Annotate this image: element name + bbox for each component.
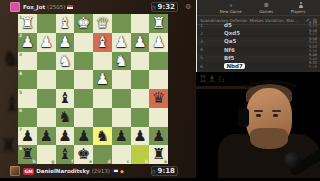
move-times: 9:539:50 [309,46,317,53]
top-clock-time: 9:32 [158,3,175,11]
piece-black-bishop[interactable]: ♝ [56,145,75,164]
piece-white-king[interactable]: ♚ [74,14,93,33]
piece-white-pawn[interactable]: ♟ [149,33,168,52]
piece-black-bishop[interactable]: ♝ [56,89,75,108]
piece-black-knight[interactable]: ♞ [93,127,112,146]
clock-icon: ◷ [151,4,155,10]
square-h6[interactable]: 6 [18,108,37,127]
square-g2[interactable]: ♟ [37,33,56,52]
top-player-flag-icon [67,5,73,9]
square-c7[interactable]: ♟ [112,127,131,146]
square-f5[interactable]: ♝ [56,89,75,108]
piece-black-rook[interactable]: ♜ [18,145,37,164]
streamer-eyebrow [254,110,263,112]
microphone-icon [284,152,301,169]
settings-gear-icon[interactable]: ⚙ [185,3,191,11]
square-d8[interactable]: d [93,145,112,164]
move-row: 1.d59:599:59 [197,21,320,29]
square-h5[interactable]: 5 [18,89,37,108]
square-d7[interactable]: ♞ [93,127,112,146]
rank-label: 3 [19,52,22,57]
square-b8[interactable]: b [131,145,150,164]
move[interactable]: Bf5 [224,55,234,61]
square-a4[interactable] [149,70,168,89]
tab-players[interactable]: Players [291,2,306,14]
move-times: 9:329:18 [309,62,317,69]
square-c4[interactable] [112,70,131,89]
rank-label: 5 [19,90,22,95]
square-f4[interactable] [56,70,75,89]
piece-black-pawn[interactable]: ♟ [131,127,150,146]
square-h8[interactable]: 8h♜ [18,145,37,164]
square-b3[interactable] [131,52,150,71]
piece-white-bishop[interactable]: ♝ [56,14,75,33]
move-number: 2. [200,31,224,36]
move-row: 6.Nbd79:329:18 [197,62,320,70]
piece-black-rook[interactable]: ♜ [149,145,168,164]
square-e3[interactable] [74,52,93,71]
file-label: b [145,159,148,164]
square-g8[interactable]: g [37,145,56,164]
piece-white-pawn[interactable]: ♟ [131,33,150,52]
move-time-black: 9:18 [309,66,317,70]
piece-white-rook[interactable]: ♜ [149,14,168,33]
move-times: 9:489:40 [309,54,317,61]
gm-title-badge: GM [23,168,34,175]
streamer-eyebrow [272,110,281,112]
square-h3[interactable]: 3 [18,52,37,71]
file-label: c [127,159,130,164]
square-g5[interactable] [37,89,56,108]
move-number: 3. [200,39,224,44]
piece-black-king[interactable]: ♚ [74,145,93,164]
square-g3[interactable] [37,52,56,71]
tab-games[interactable]: ≣ Games [259,2,273,14]
square-b2[interactable]: ♟ [131,33,150,52]
streamer-eye [256,114,261,117]
file-label: g [51,159,54,164]
streamer-beard [250,128,288,149]
move-row: 5.Bf59:489:40 [197,54,320,62]
move-row: 3.Qa59:569:55 [197,37,320,45]
square-e5[interactable] [74,89,93,108]
square-a7[interactable]: ♟ [149,127,168,146]
square-d3[interactable] [93,52,112,71]
piece-black-pawn[interactable]: ♟ [56,127,75,146]
square-f8[interactable]: f♝ [56,145,75,164]
square-e1[interactable]: ♚ [74,14,93,33]
square-a2[interactable]: ♟ [149,33,168,52]
square-e6[interactable] [74,108,93,127]
file-label: d [108,159,111,164]
square-b6[interactable] [131,108,150,127]
top-player-clock: ◷ 9:32 [151,2,178,12]
rank-label: 4 [19,71,22,76]
piece-white-pawn[interactable]: ♟ [56,33,75,52]
square-h7[interactable]: 7♟ [18,127,37,146]
move-times: 9:569:55 [309,38,317,45]
shelf-chess-set: ♖♗♘ [199,74,226,84]
move-number: 1. [200,23,224,28]
tab-label: Games [259,9,273,14]
square-b4[interactable] [131,70,150,89]
square-h2[interactable]: 2♟ [18,33,37,52]
square-e2[interactable] [74,33,93,52]
square-h4[interactable]: 4 [18,70,37,89]
bottom-player-flag-icon [112,169,118,173]
square-d1[interactable]: ♛ [93,14,112,33]
square-c6[interactable] [112,108,131,127]
archive-icon: ≣ [264,2,269,8]
piece-black-pawn[interactable]: ♟ [112,127,131,146]
piece-white-pawn[interactable]: ♟ [37,33,56,52]
square-c8[interactable]: c [112,145,131,164]
piece-white-pawn[interactable]: ♟ [112,33,131,52]
streamer-eye [273,114,278,117]
move[interactable]: Qxd5 [224,30,240,36]
piece-white-bishop[interactable]: ♝ [93,33,112,52]
bottom-player-name[interactable]: DanielNaroditsky [36,168,89,174]
chess-board[interactable]: 1♜♝♚♛♜2♟♟♟♝♟♟♟3♞♞4♟5♝♛6♞7♟♟♟♟♞♟♟♟8h♜gf♝e… [18,14,168,164]
square-c5[interactable] [112,89,131,108]
bottom-player-rating: (2913) [92,168,110,174]
square-e7[interactable]: ♟ [74,127,93,146]
square-f7[interactable]: ♟ [56,127,75,146]
square-a5[interactable]: ♛ [149,89,168,108]
square-a6[interactable] [149,108,168,127]
square-f3[interactable]: ♞ [56,52,75,71]
piece-black-pawn[interactable]: ♟ [149,127,168,146]
move-times: 9:589:57 [309,30,317,37]
tab-label: New Game [220,9,242,14]
piece-white-knight[interactable]: ♞ [112,52,131,71]
piece-black-pawn[interactable]: ♟ [37,127,56,146]
square-c1[interactable] [112,14,131,33]
move-row: 4.Nf69:539:50 [197,46,320,54]
piece-black-pawn[interactable]: ♟ [74,127,93,146]
square-e8[interactable]: e♚ [74,145,93,164]
move-selected[interactable]: Nbd7 [224,63,245,69]
square-f6[interactable]: ♞ [56,108,75,127]
headphones-earcup-icon [238,108,249,127]
move-number: 6. [200,64,224,69]
rank-label: 6 [19,108,22,113]
move[interactable]: d5 [224,22,232,28]
top-player-rating: (2505) [47,4,65,10]
move-times: 9:599:59 [309,22,317,29]
background-chess-piece: ♜ [0,134,17,156]
square-c3[interactable]: ♞ [112,52,131,71]
square-a1[interactable]: ♜ [149,14,168,33]
square-g6[interactable] [37,108,56,127]
streamer-webcam: ♖♗♘ [196,72,320,178]
bottom-player-clock: ◷ 9:18 [151,166,178,176]
diamond-membership-icon: ◆ [120,168,124,174]
square-a8[interactable]: a♜ [149,145,168,164]
game-panel: ＋ New Game ≣ Games Players Scandinavian … [196,0,320,72]
square-c2[interactable]: ♟ [112,33,131,52]
piece-white-pawn[interactable]: ♟ [18,33,37,52]
square-d6[interactable] [93,108,112,127]
tab-label: Players [291,9,306,14]
tab-new-game[interactable]: ＋ New Game [220,2,242,14]
stream-frame: ♞ ♝ ♜ Fox_Jot (2505) ◷ 9:32 ⚙ 1♜♝♚♛♜2♟♟♟… [0,0,320,180]
top-player-name[interactable]: Fox_Jot [23,4,45,10]
piece-black-knight[interactable]: ♞ [56,108,75,127]
square-d5[interactable] [93,89,112,108]
move-list: 1.d59:599:592.Qxd59:589:573.Qa59:569:554… [197,21,320,70]
square-f1[interactable]: ♝ [56,14,75,33]
move-number: 4. [200,47,224,52]
clock-icon: ◷ [151,168,155,174]
plus-icon: ＋ [228,2,234,8]
piece-white-knight[interactable]: ♞ [56,52,75,71]
top-player-avatar[interactable] [10,2,20,12]
piece-white-pawn[interactable]: ♟ [93,70,112,89]
square-e4[interactable] [74,70,93,89]
move[interactable]: Qa5 [224,38,236,44]
square-d2[interactable]: ♝ [93,33,112,52]
square-f2[interactable]: ♟ [56,33,75,52]
bottom-clock-time: 9:18 [158,167,175,175]
square-g4[interactable] [37,70,56,89]
square-d4[interactable]: ♟ [93,70,112,89]
piece-white-rook[interactable]: ♜ [18,14,37,33]
square-b5[interactable] [131,89,150,108]
piece-black-queen[interactable]: ♛ [149,89,168,108]
move-number: 5. [200,55,224,60]
move-row: 2.Qxd59:589:57 [197,29,320,37]
square-h1[interactable]: 1♜ [18,14,37,33]
square-a3[interactable] [149,52,168,71]
piece-white-queen[interactable]: ♛ [93,14,112,33]
bottom-black-strip [0,178,320,181]
square-g1[interactable] [37,14,56,33]
square-g7[interactable]: ♟ [37,127,56,146]
square-b1[interactable] [131,14,150,33]
move[interactable]: Nf6 [224,47,235,53]
bottom-player-avatar[interactable] [10,166,20,176]
panel-tabs: ＋ New Game ≣ Games Players [197,0,320,15]
square-b7[interactable]: ♟ [131,127,150,146]
headphones-band-icon [242,80,300,100]
piece-black-pawn[interactable]: ♟ [18,127,37,146]
